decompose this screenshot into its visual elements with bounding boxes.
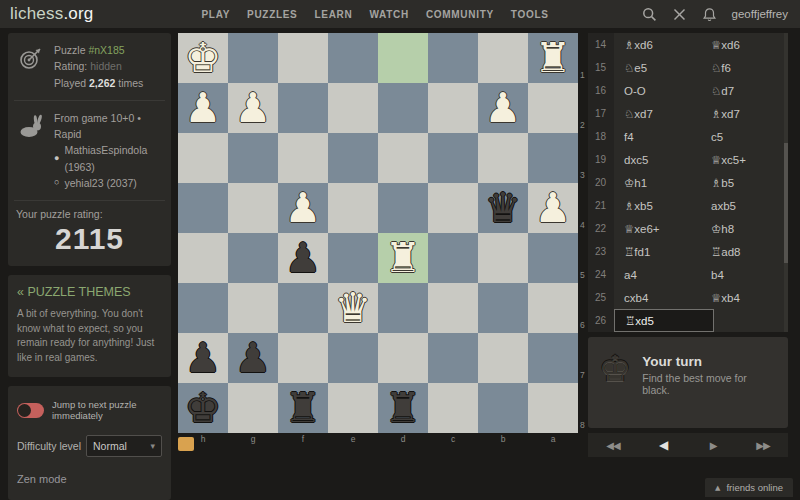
move-number: 22	[588, 217, 614, 240]
move-black-18[interactable]: c5	[701, 125, 788, 148]
square-g4[interactable]	[228, 183, 278, 233]
difficulty-value: Normal	[93, 440, 127, 452]
played-label: Played	[54, 77, 86, 89]
move-white-21[interactable]: ♗xb5	[614, 194, 701, 217]
square-a1[interactable]: ♜	[528, 33, 578, 83]
move-white-19[interactable]: dxc5	[614, 148, 701, 171]
black-rook: ♜	[278, 383, 328, 433]
source-game-meta: From game 10+0 • Rapid ●MathiasEspindola…	[8, 101, 171, 200]
square-d4[interactable]	[378, 183, 428, 233]
square-d6[interactable]	[378, 283, 428, 333]
move-black-16[interactable]: ♘d7	[701, 79, 788, 102]
square-b6[interactable]	[478, 283, 528, 333]
square-e4[interactable]	[328, 183, 378, 233]
toggle-knob	[18, 404, 31, 417]
square-c7[interactable]	[428, 333, 478, 383]
square-f6[interactable]	[278, 283, 328, 333]
move-black-22[interactable]: ♔h8	[701, 217, 788, 240]
file-label-b: b	[478, 434, 528, 444]
move-black-24[interactable]: b4	[701, 263, 788, 286]
move-white-24[interactable]: a4	[614, 263, 701, 286]
square-e3[interactable]	[328, 133, 378, 183]
first-move-button[interactable]: ◀◀	[588, 433, 638, 457]
menu-play[interactable]: PLAY	[201, 9, 230, 20]
move-black-19[interactable]: ♕xc5+	[701, 148, 788, 171]
square-e8[interactable]	[328, 383, 378, 433]
menu-tools[interactable]: TOOLS	[511, 9, 549, 20]
black-queen: ♛	[478, 183, 528, 233]
black-pawn: ♟	[178, 333, 228, 383]
square-h5[interactable]	[178, 233, 228, 283]
move-number: 14	[588, 33, 614, 56]
white-pawn: ♟	[478, 83, 528, 133]
lichess-logo[interactable]: lichess.org	[10, 4, 93, 24]
settings-box: Jump to next puzzle immediately Difficul…	[8, 386, 171, 500]
white-pawn: ♟	[528, 183, 578, 233]
square-f2[interactable]	[278, 83, 328, 133]
move-white-15[interactable]: ♘e5	[614, 56, 701, 79]
square-a6[interactable]	[528, 283, 578, 333]
difficulty-row: Difficulty level Normal▾	[17, 435, 162, 457]
rank-label-6: 6	[580, 320, 585, 330]
move-row-21: 21♗xb5axb5	[588, 194, 788, 217]
player-black-name: MathiasEspindola (1963)	[64, 142, 163, 175]
friends-online-bar[interactable]: ▲ friends online	[705, 478, 793, 497]
move-number: 26	[588, 309, 614, 332]
rank-label-2: 2	[580, 120, 585, 130]
square-h8[interactable]: ♚	[178, 383, 228, 433]
your-rating-label: Your puzzle rating:	[16, 208, 163, 220]
chess-board: ♚♜♟♟♟♟♛♟♟♜♛♟♟♚♜♜	[178, 33, 578, 433]
square-f1[interactable]	[278, 33, 328, 83]
friends-online-label: friends online	[726, 482, 783, 493]
previous-move-button[interactable]: ◀	[638, 433, 688, 457]
white-king: ♚	[178, 33, 228, 83]
square-c4[interactable]	[428, 183, 478, 233]
move-row-14: 14♗xd6♕xd6	[588, 33, 788, 56]
file-label-c: c	[428, 434, 478, 444]
main-menu: PLAYPUZZLESLEARNWATCHCOMMUNITYTOOLS	[201, 9, 548, 20]
square-a4[interactable]: ♟	[528, 183, 578, 233]
move-black-23[interactable]: ♖ad8	[701, 240, 788, 263]
logo-suffix: .org	[63, 4, 93, 23]
move-number: 19	[588, 148, 614, 171]
move-white-14[interactable]: ♗xd6	[614, 33, 701, 56]
rank-label-3: 3	[580, 170, 585, 180]
your-rating-value: 2115	[16, 222, 163, 256]
move-list: 14♗xd6♕xd615♘e5♘f616O-O♘d717♘xd7♗xd718f4…	[588, 33, 788, 332]
square-f7[interactable]	[278, 333, 328, 383]
from-game-label: From game 10+0 • Rapid	[54, 110, 163, 143]
square-f4[interactable]: ♟	[278, 183, 328, 233]
collapse-arrow-icon: ▲	[715, 484, 720, 492]
move-black-25[interactable]: ♕xb4	[701, 286, 788, 309]
square-h6[interactable]	[178, 283, 228, 333]
square-f5[interactable]: ♟	[278, 233, 328, 283]
white-queen: ♛	[328, 283, 378, 333]
zen-mode-link[interactable]: Zen mode	[17, 473, 162, 485]
move-number: 24	[588, 263, 614, 286]
square-a7[interactable]	[528, 333, 578, 383]
square-d1[interactable]	[378, 33, 428, 83]
puzzle-themes-box: « PUZZLE THEMES A bit of everything. You…	[8, 275, 171, 377]
top-nav: lichess.org PLAYPUZZLESLEARNWATCHCOMMUNI…	[0, 0, 800, 28]
black-rook: ♜	[378, 383, 428, 433]
move-row-26: 26♖xd5	[588, 309, 788, 332]
rating-label: Rating:	[54, 60, 87, 72]
square-a5[interactable]	[528, 233, 578, 283]
white-rook: ♜	[378, 233, 428, 283]
menu-community[interactable]: COMMUNITY	[426, 9, 494, 20]
move-black-15[interactable]: ♘f6	[701, 56, 788, 79]
square-b2[interactable]: ♟	[478, 83, 528, 133]
username-menu[interactable]: geoffjeffrey	[732, 8, 788, 20]
move-list-scrollbar[interactable]	[784, 33, 788, 332]
square-d7[interactable]	[378, 333, 428, 383]
rank-label-7: 7	[580, 370, 585, 380]
move-number: 17	[588, 102, 614, 125]
square-d5[interactable]: ♜	[378, 233, 428, 283]
square-e6[interactable]: ♛	[328, 283, 378, 333]
rank-label-5: 5	[580, 270, 585, 280]
logo-main: lichess	[10, 4, 63, 23]
square-b3[interactable]	[478, 133, 528, 183]
square-b7[interactable]	[478, 333, 528, 383]
move-number: 15	[588, 56, 614, 79]
difficulty-label: Difficulty level	[17, 440, 81, 452]
menu-watch[interactable]: WATCH	[369, 9, 408, 20]
bell-icon[interactable]	[702, 7, 717, 22]
move-number: 16	[588, 79, 614, 102]
player-black-link[interactable]: ●MathiasEspindola (1963)	[54, 142, 163, 175]
square-f8[interactable]: ♜	[278, 383, 328, 433]
square-d2[interactable]	[378, 83, 428, 133]
white-pawn: ♟	[228, 83, 278, 133]
white-pawn: ♟	[178, 83, 228, 133]
filled-disc-icon: ●	[54, 152, 59, 166]
square-d8[interactable]: ♜	[378, 383, 428, 433]
rating-value: hidden	[90, 60, 122, 72]
jump-toggle-label: Jump to next puzzle immediately	[52, 399, 162, 421]
square-e5[interactable]	[328, 233, 378, 283]
move-black-20[interactable]: ♗b5	[701, 171, 788, 194]
themes-description: A bit of everything. You don't know what…	[17, 307, 162, 365]
square-b8[interactable]	[478, 383, 528, 433]
move-row-25: 25cxb4♕xb4	[588, 286, 788, 309]
puzzle-meta: Puzzle #nX185 Rating: hidden Played 2,26…	[8, 33, 171, 100]
last-move-button[interactable]: ▶▶	[738, 433, 788, 457]
move-row-18: 18f4c5	[588, 125, 788, 148]
square-a8[interactable]	[528, 383, 578, 433]
square-h2[interactable]: ♟	[178, 83, 228, 133]
move-white-25[interactable]: cxb4	[614, 286, 701, 309]
puzzle-id-link[interactable]: #nX185	[88, 44, 124, 56]
chevron-down-icon: ▾	[150, 441, 155, 451]
square-b4[interactable]: ♛	[478, 183, 528, 233]
square-h3[interactable]	[178, 133, 228, 183]
square-d3[interactable]	[378, 133, 428, 183]
file-label-e: e	[328, 434, 378, 444]
move-number: 25	[588, 286, 614, 309]
menu-learn[interactable]: LEARN	[315, 9, 353, 20]
jump-toggle-row: Jump to next puzzle immediately	[17, 399, 162, 421]
move-controls: ◀◀ ◀ ▶ ▶▶	[588, 433, 788, 457]
puzzle-themes-link[interactable]: « PUZZLE THEMES	[17, 285, 162, 299]
square-g8[interactable]	[228, 383, 278, 433]
square-h7[interactable]: ♟	[178, 333, 228, 383]
black-king-icon: ♚	[599, 350, 631, 415]
move-white-26[interactable]: ♖xd5	[614, 309, 714, 332]
turn-subtitle: Find the best move for black.	[642, 372, 777, 396]
difficulty-select[interactable]: Normal▾	[86, 435, 162, 457]
player-white-name: yehial23 (2037)	[64, 175, 136, 191]
white-rook: ♜	[528, 33, 578, 83]
your-rating-section: Your puzzle rating: 2115	[8, 201, 171, 266]
menu-puzzles[interactable]: PUZZLES	[247, 9, 297, 20]
square-b5[interactable]	[478, 233, 528, 283]
square-c6[interactable]	[428, 283, 478, 333]
right-panel: 14♗xd6♕xd615♘e5♘f616O-O♘d717♘xd7♗xd718f4…	[588, 33, 788, 457]
move-black-21[interactable]: axb5	[701, 194, 788, 217]
rank-label-4: 4	[580, 220, 585, 230]
player-white-link[interactable]: ○yehial23 (2037)	[54, 175, 163, 191]
file-label-g: g	[228, 434, 278, 444]
square-c1[interactable]	[428, 33, 478, 83]
square-c8[interactable]	[428, 383, 478, 433]
search-icon[interactable]	[642, 7, 657, 22]
move-black-17[interactable]: ♗xd7	[701, 102, 788, 125]
white-pawn: ♟	[278, 183, 328, 233]
rank-label-1: 1	[580, 70, 585, 80]
scrollbar-thumb[interactable]	[784, 143, 788, 263]
move-white-20[interactable]: ♔h1	[614, 171, 701, 194]
black-king: ♚	[178, 383, 228, 433]
square-e2[interactable]	[328, 83, 378, 133]
move-row-24: 24a4b4	[588, 263, 788, 286]
square-c2[interactable]	[428, 83, 478, 133]
next-move-button[interactable]: ▶	[688, 433, 738, 457]
puzzle-sidebar: Puzzle #nX185 Rating: hidden Played 2,26…	[8, 33, 171, 500]
square-f3[interactable]	[278, 133, 328, 183]
puzzle-info-box: Puzzle #nX185 Rating: hidden Played 2,26…	[8, 33, 171, 266]
puzzle-label: Puzzle	[54, 44, 86, 56]
move-row-15: 15♘e5♘f6	[588, 56, 788, 79]
move-number: 21	[588, 194, 614, 217]
outline-disc-icon: ○	[54, 176, 59, 190]
your-turn-box: ♚ Your turn Find the best move for black…	[588, 337, 788, 428]
played-count: 2,262	[89, 77, 115, 89]
rank-label-8: 8	[580, 420, 585, 430]
nav-right: geoffjeffrey	[642, 7, 788, 22]
move-white-18[interactable]: f4	[614, 125, 701, 148]
move-white-23[interactable]: ♖fd1	[614, 240, 701, 263]
move-row-20: 20♔h1♗b5	[588, 171, 788, 194]
file-label-a: a	[528, 434, 578, 444]
square-h4[interactable]	[178, 183, 228, 233]
square-g3[interactable]	[228, 133, 278, 183]
move-white-17[interactable]: ♘xd7	[614, 102, 701, 125]
move-number: 23	[588, 240, 614, 263]
move-row-19: 19dxc5♕xc5+	[588, 148, 788, 171]
square-c5[interactable]	[428, 233, 478, 283]
square-a3[interactable]	[528, 133, 578, 183]
square-h1[interactable]: ♚	[178, 33, 228, 83]
challenge-icon[interactable]	[672, 7, 687, 22]
to-move-indicator	[178, 437, 194, 451]
played-suffix: times	[118, 77, 143, 89]
file-labels: hgfedcba	[178, 434, 578, 444]
black-pawn: ♟	[278, 233, 328, 283]
square-e7[interactable]	[328, 333, 378, 383]
square-a2[interactable]	[528, 83, 578, 133]
target-icon	[16, 42, 46, 91]
move-row-22: 22♕xe6+♔h8	[588, 217, 788, 240]
square-c3[interactable]	[428, 133, 478, 183]
move-white-22[interactable]: ♕xe6+	[614, 217, 701, 240]
square-g7[interactable]: ♟	[228, 333, 278, 383]
rabbit-icon	[16, 110, 46, 191]
move-row-16: 16O-O♘d7	[588, 79, 788, 102]
turn-title: Your turn	[642, 350, 777, 369]
square-g5[interactable]	[228, 233, 278, 283]
square-g2[interactable]: ♟	[228, 83, 278, 133]
file-label-d: d	[378, 434, 428, 444]
move-black-14[interactable]: ♕xd6	[701, 33, 788, 56]
square-e1[interactable]	[328, 33, 378, 83]
file-label-f: f	[278, 434, 328, 444]
jump-toggle[interactable]	[17, 403, 44, 418]
move-number: 20	[588, 171, 614, 194]
move-number: 18	[588, 125, 614, 148]
move-row-23: 23♖fd1♖ad8	[588, 240, 788, 263]
black-pawn: ♟	[228, 333, 278, 383]
move-white-16[interactable]: O-O	[614, 79, 701, 102]
square-g6[interactable]	[228, 283, 278, 333]
square-b1[interactable]	[478, 33, 528, 83]
move-row-17: 17♘xd7♗xd7	[588, 102, 788, 125]
square-g1[interactable]	[228, 33, 278, 83]
